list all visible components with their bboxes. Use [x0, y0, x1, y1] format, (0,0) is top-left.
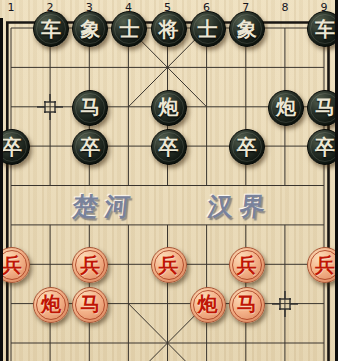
- file-label-8: 8: [281, 1, 288, 14]
- piece-black-卒-f5r3[interactable]: 卒: [151, 129, 187, 165]
- piece-black-将-f5r0[interactable]: 将: [151, 11, 187, 47]
- piece-black-马-f9r2[interactable]: 马: [307, 90, 338, 126]
- file-label-5: 5: [164, 1, 171, 14]
- piece-black-士-f6r0[interactable]: 士: [190, 11, 226, 47]
- piece-black-卒-f9r3[interactable]: 卒: [307, 129, 338, 165]
- file-label-4: 4: [125, 1, 132, 14]
- move-origin-marker: [35, 92, 65, 126]
- file-label-2: 2: [47, 1, 54, 14]
- file-label-3: 3: [86, 1, 93, 14]
- file-label-1: 1: [8, 1, 15, 14]
- piece-red-马-f3r7[interactable]: 马: [72, 287, 108, 323]
- piece-red-炮-f6r7[interactable]: 炮: [190, 287, 226, 323]
- piece-red-马-f7r7[interactable]: 马: [229, 287, 265, 323]
- piece-black-卒-f7r3[interactable]: 卒: [229, 129, 265, 165]
- piece-red-兵-f9r6[interactable]: 兵: [307, 247, 338, 283]
- piece-black-马-f3r2[interactable]: 马: [72, 90, 108, 126]
- file-label-7: 7: [242, 1, 249, 14]
- file-label-6: 6: [203, 1, 210, 14]
- xiangqi-board: 楚河 汉界 123456789 车象士将士象车马炮炮马卒卒卒卒卒兵兵兵兵兵炮马炮…: [0, 0, 338, 361]
- move-origin-marker: [270, 289, 300, 323]
- piece-red-炮-f2r7[interactable]: 炮: [33, 287, 69, 323]
- piece-black-炮-f5r2[interactable]: 炮: [151, 90, 187, 126]
- piece-red-兵-f7r6[interactable]: 兵: [229, 247, 265, 283]
- piece-black-车-f9r0[interactable]: 车: [307, 11, 338, 47]
- piece-black-象-f7r0[interactable]: 象: [229, 11, 265, 47]
- river-label-chu-he: 楚河: [48, 190, 161, 220]
- river-label-han-jie: 汉界: [183, 190, 296, 220]
- piece-red-兵-f5r6[interactable]: 兵: [151, 247, 187, 283]
- left-edge-strip: [0, 18, 3, 361]
- piece-black-车-f2r0[interactable]: 车: [33, 11, 69, 47]
- piece-black-炮-f8r2[interactable]: 炮: [268, 90, 304, 126]
- file-label-9: 9: [321, 1, 328, 14]
